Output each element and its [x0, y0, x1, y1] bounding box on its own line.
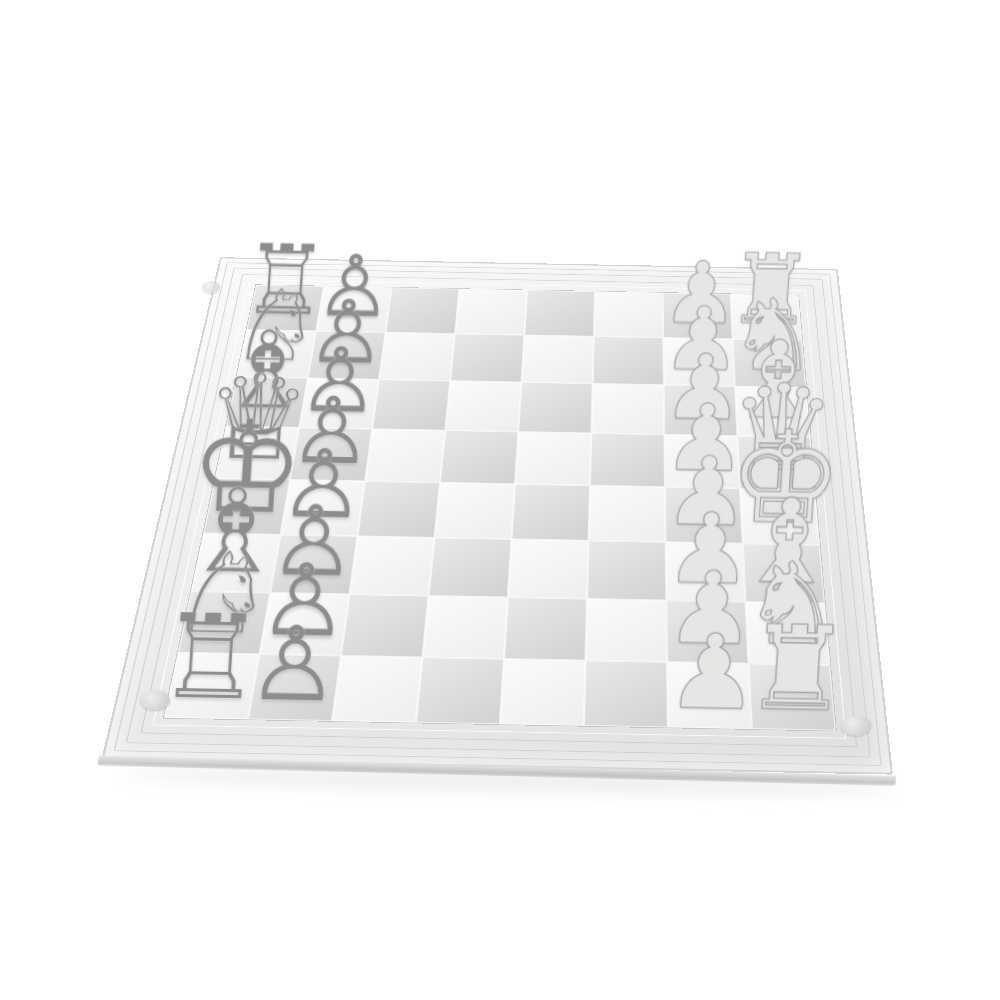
square-b5 — [521, 335, 593, 384]
square-h3 — [332, 656, 422, 723]
square-d7: ♟ — [664, 435, 740, 489]
square-a6 — [594, 291, 663, 337]
square-a4 — [455, 289, 527, 335]
square-a2: ♙ — [316, 286, 392, 332]
square-g6 — [586, 599, 668, 662]
square-b4 — [450, 334, 524, 382]
square-h6 — [584, 660, 668, 727]
square-c8: ♝ — [735, 386, 810, 437]
square-b8: ♞ — [733, 339, 806, 388]
square-a5 — [524, 290, 595, 336]
square-d3 — [365, 429, 445, 483]
square-e3 — [357, 481, 440, 537]
square-f6 — [587, 541, 666, 601]
square-f1: ♗ — [191, 533, 280, 593]
square-a8: ♜ — [730, 294, 802, 340]
board-grid: ♖♙♟♜♘♙♟♞♗♙♟♝♕♙♟♛♔♙♟♚♗♙♟♝♘♙♟♞♖♙♟♜ — [163, 284, 837, 731]
square-c4 — [445, 381, 521, 432]
piece-white-pawn: ♙ — [313, 244, 395, 330]
square-f5 — [508, 539, 589, 599]
square-h8: ♜ — [749, 664, 836, 731]
square-c3 — [372, 379, 450, 430]
square-d2: ♙ — [290, 428, 372, 482]
square-d5 — [515, 432, 591, 486]
square-e4 — [434, 483, 515, 540]
square-g8: ♞ — [746, 602, 831, 665]
square-e7: ♟ — [665, 487, 743, 544]
square-f4 — [429, 538, 512, 598]
square-b1: ♘ — [237, 330, 316, 378]
square-d1: ♕ — [215, 426, 299, 480]
square-f3 — [349, 536, 434, 596]
square-h1: ♖ — [164, 653, 259, 720]
square-a3 — [386, 288, 460, 334]
square-f8: ♝ — [743, 544, 825, 604]
square-e8: ♚ — [740, 488, 820, 545]
square-b3 — [379, 332, 455, 380]
square-h2: ♙ — [248, 654, 341, 721]
square-e6 — [589, 485, 666, 542]
square-d4 — [440, 430, 518, 484]
square-c2: ♙ — [299, 378, 379, 429]
square-d6 — [590, 433, 665, 487]
square-e1: ♔ — [203, 478, 290, 534]
chess-board: ♖♙♟♜♘♙♟♞♗♙♟♝♕♙♟♛♔♙♟♚♗♙♟♝♘♙♟♞♖♙♟♜ — [101, 257, 893, 774]
piece-black-pawn: ♟ — [660, 250, 742, 336]
square-g7: ♟ — [666, 600, 748, 663]
piece-black-rook: ♜ — [724, 240, 816, 338]
square-h5 — [500, 659, 586, 726]
square-b7: ♟ — [663, 338, 735, 387]
square-a1: ♖ — [247, 285, 324, 331]
square-g5 — [504, 597, 587, 660]
square-e5 — [512, 484, 590, 541]
square-c1: ♗ — [226, 377, 308, 428]
square-g1: ♘ — [178, 591, 270, 654]
square-h4 — [416, 657, 504, 724]
square-f7: ♟ — [666, 542, 746, 602]
square-g3 — [341, 594, 429, 657]
square-g2: ♙ — [259, 593, 349, 656]
square-f2: ♙ — [270, 535, 357, 595]
square-c5 — [518, 382, 592, 433]
square-b6 — [593, 336, 664, 385]
square-e2: ♙ — [280, 480, 365, 536]
square-d8: ♛ — [737, 436, 815, 490]
square-g4 — [422, 596, 507, 659]
square-c7: ♟ — [664, 385, 738, 436]
square-a7: ♟ — [663, 293, 733, 339]
chess-board-wrapper: ♖♙♟♜♘♙♟♞♗♙♟♝♕♙♟♛♔♙♟♚♗♙♟♝♘♙♟♞♖♙♟♜ — [146, 131, 883, 838]
glass-chess-set-photo: ♖♙♟♜♘♙♟♞♗♙♟♝♕♙♟♛♔♙♟♚♗♙♟♝♘♙♟♞♖♙♟♜ — [0, 0, 1000, 1000]
piece-white-rook: ♖ — [239, 231, 331, 329]
square-h7: ♟ — [667, 662, 752, 729]
square-c6 — [591, 384, 664, 435]
square-b2: ♙ — [308, 331, 386, 379]
